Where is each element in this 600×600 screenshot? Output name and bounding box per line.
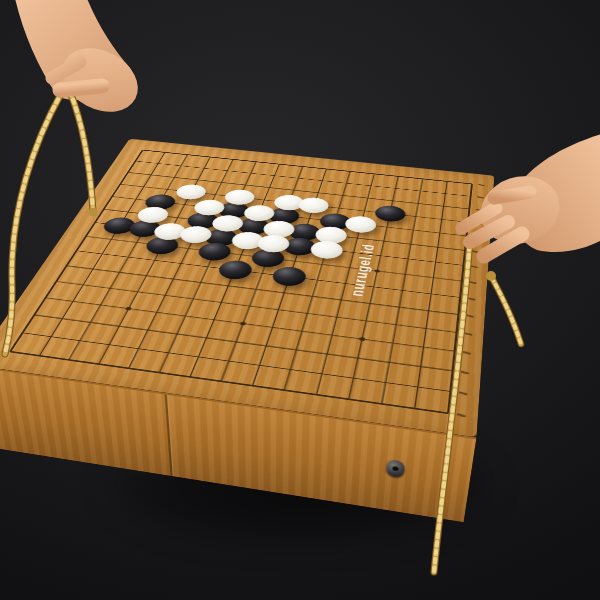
rope-left-hanging — [5, 92, 62, 354]
rope-left-knot — [89, 208, 98, 217]
rope-right-long — [434, 238, 470, 572]
rope-left-attached — [70, 92, 98, 217]
rope-right-knot — [486, 271, 496, 281]
rope-right-tassel — [486, 271, 521, 344]
hands-and-ropes-overlay — [0, 0, 600, 600]
photo-scene: nurugel.id — [0, 0, 600, 600]
right-thumb — [494, 192, 530, 198]
